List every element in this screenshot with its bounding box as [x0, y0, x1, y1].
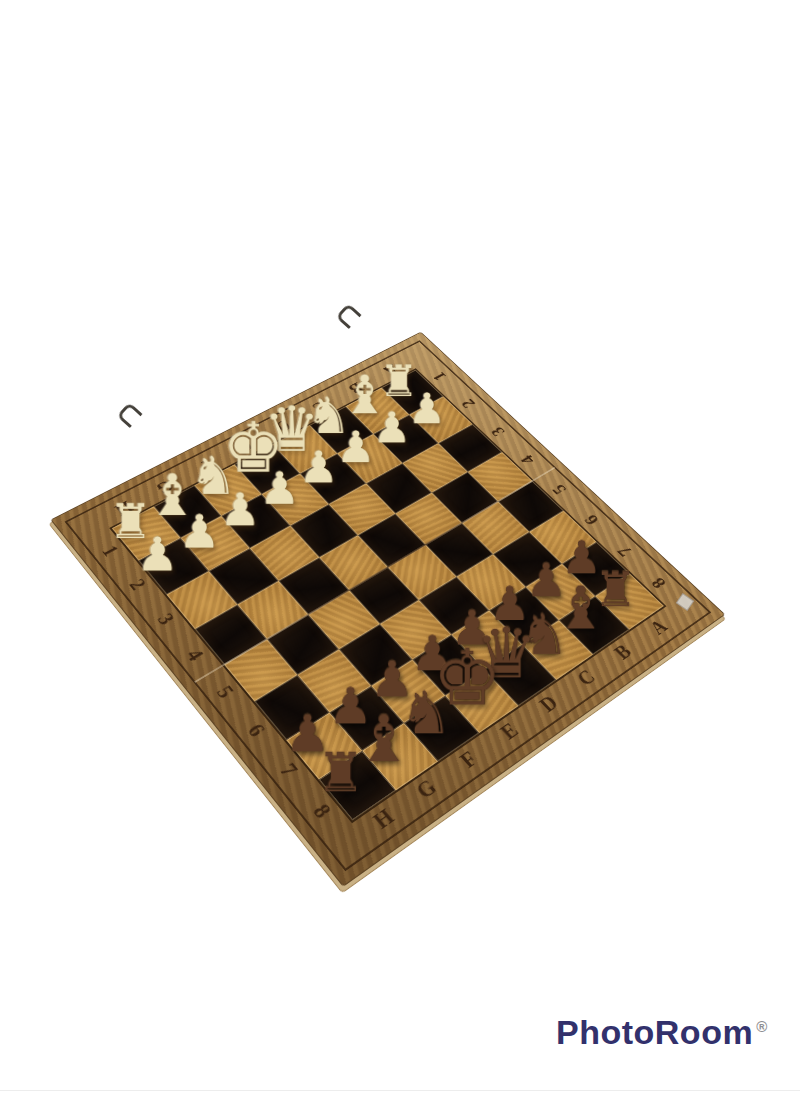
photoroom-watermark: PhotoRoom®	[556, 1013, 768, 1052]
chess-board: 12345678 12345678 ABCDEFGH ABCDEFGH ♜♟♟♜…	[50, 332, 725, 887]
registered-trademark-icon: ®	[756, 1018, 768, 1035]
square-h6	[255, 675, 330, 740]
clasp-hook-icon	[116, 402, 142, 428]
square-e3	[290, 504, 358, 557]
playing-area: ♜♟♟♜♝♟♟♝♞♟♟♞♛♟♟♛♚♟♟♚♞♟♟♞♝♟♟♝♜♟♟♜	[109, 368, 666, 823]
board-scene: 12345678 12345678 ABCDEFGH ABCDEFGH ♜♟♟♜…	[116, 295, 658, 837]
chess-set-product-photo: 12345678 12345678 ABCDEFGH ABCDEFGH ♜♟♟♜…	[0, 0, 800, 1096]
square-b5	[462, 502, 529, 555]
label-file-a: A	[632, 604, 687, 652]
watermark-text: PhotoRoom	[556, 1013, 753, 1051]
